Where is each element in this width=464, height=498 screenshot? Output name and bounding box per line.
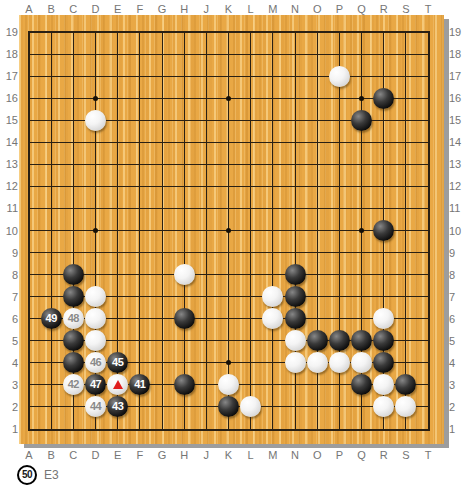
- coord-label-left-11: 11: [1, 202, 18, 214]
- coord-label-right-6: 6: [449, 313, 455, 325]
- coord-label-top-S: S: [402, 3, 409, 15]
- stone-white-O4: [307, 352, 328, 373]
- stone-black-C5: [63, 330, 84, 351]
- coord-label-top-R: R: [380, 3, 388, 15]
- move-number-label: 41: [134, 379, 145, 390]
- stone-black-R16: [373, 88, 394, 109]
- stone-white-D15: [85, 110, 106, 131]
- coord-label-left-6: 6: [1, 313, 18, 325]
- coord-label-right-14: 14: [449, 136, 461, 148]
- coord-label-bottom-F: F: [136, 449, 143, 461]
- coord-label-right-8: 8: [449, 269, 455, 281]
- coord-label-bottom-S: S: [402, 449, 409, 461]
- move-number-label: 42: [68, 379, 79, 390]
- coord-label-left-2: 2: [1, 401, 18, 413]
- coord-label-top-B: B: [47, 3, 54, 15]
- stone-white-H8: [174, 264, 195, 285]
- stone-black-N8: [285, 264, 306, 285]
- coord-label-right-18: 18: [449, 48, 461, 60]
- star-point-K16: [226, 96, 231, 101]
- move-number-label: 44: [90, 401, 101, 412]
- coord-label-bottom-K: K: [225, 449, 232, 461]
- coord-label-top-H: H: [180, 3, 188, 15]
- coord-label-bottom-R: R: [380, 449, 388, 461]
- caption-coordinate-text: E3: [44, 468, 59, 482]
- last-move-triangle-marker: [113, 380, 123, 389]
- coord-label-left-8: 8: [1, 269, 18, 281]
- coord-label-right-4: 4: [449, 357, 455, 369]
- stone-black-R10: [373, 220, 394, 241]
- stone-white-N4: [285, 352, 306, 373]
- coord-label-bottom-N: N: [291, 449, 299, 461]
- coord-label-left-3: 3: [1, 379, 18, 391]
- move-number-label: 49: [46, 313, 57, 324]
- stone-white-P17: [329, 66, 350, 87]
- coord-label-bottom-H: H: [180, 449, 188, 461]
- coord-label-bottom-P: P: [336, 449, 343, 461]
- coord-label-top-P: P: [336, 3, 343, 15]
- coord-label-left-18: 18: [1, 48, 18, 60]
- coord-label-bottom-C: C: [69, 449, 77, 461]
- coord-label-top-T: T: [425, 3, 432, 15]
- stone-black-P5: [329, 330, 350, 351]
- move-number-label: 46: [90, 357, 101, 368]
- coord-label-top-D: D: [92, 3, 100, 15]
- star-point-Q16: [359, 96, 364, 101]
- stone-white-C6: 48: [63, 308, 84, 329]
- move-number-label: 47: [90, 379, 101, 390]
- coord-label-left-9: 9: [1, 247, 18, 259]
- coord-label-top-L: L: [248, 3, 254, 15]
- coord-label-left-17: 17: [1, 70, 18, 82]
- coord-label-left-16: 16: [1, 92, 18, 104]
- go-board[interactable]: 494846454247414443: [19, 15, 444, 444]
- coord-label-right-11: 11: [449, 202, 460, 214]
- coord-label-right-9: 9: [449, 247, 455, 259]
- coord-label-left-7: 7: [1, 291, 18, 303]
- stone-black-B6: 49: [41, 308, 62, 329]
- coord-label-bottom-L: L: [248, 449, 254, 461]
- coord-label-top-F: F: [136, 3, 143, 15]
- coord-label-top-E: E: [114, 3, 121, 15]
- coord-label-top-Q: Q: [357, 3, 366, 15]
- coord-label-top-C: C: [69, 3, 77, 15]
- coord-label-left-12: 12: [1, 180, 18, 192]
- stone-black-H6: [174, 308, 195, 329]
- coord-label-right-16: 16: [449, 92, 461, 104]
- move-number-label: 43: [112, 401, 123, 412]
- stone-black-C8: [63, 264, 84, 285]
- star-point-Q10: [359, 228, 364, 233]
- coord-label-top-O: O: [313, 3, 322, 15]
- coord-label-left-19: 19: [1, 26, 18, 38]
- coord-label-top-M: M: [268, 3, 277, 15]
- move-number-label: 45: [112, 357, 123, 368]
- go-game-diagram: 494846454247414443 50 E3 AABBCCDDEEFFGGH…: [0, 0, 464, 498]
- coord-label-top-A: A: [25, 3, 32, 15]
- coord-label-right-3: 3: [449, 379, 455, 391]
- coord-label-bottom-O: O: [313, 449, 322, 461]
- coord-label-right-15: 15: [449, 114, 461, 126]
- stone-black-N7: [285, 286, 306, 307]
- star-point-D16: [93, 96, 98, 101]
- stone-black-O5: [307, 330, 328, 351]
- coord-label-left-13: 13: [1, 158, 18, 170]
- star-point-K10: [226, 228, 231, 233]
- stone-black-Q15: [351, 110, 372, 131]
- coord-label-top-N: N: [291, 3, 299, 15]
- coord-label-right-17: 17: [449, 70, 461, 82]
- stone-black-C7: [63, 286, 84, 307]
- coord-label-right-13: 13: [449, 158, 461, 170]
- coord-label-right-2: 2: [449, 401, 455, 413]
- coord-label-bottom-T: T: [425, 449, 432, 461]
- coord-label-left-1: 1: [1, 423, 18, 435]
- coord-label-bottom-Q: Q: [357, 449, 366, 461]
- stone-black-N6: [285, 308, 306, 329]
- coord-label-right-12: 12: [449, 180, 461, 192]
- move-caption: 50 E3: [17, 464, 59, 485]
- coord-label-right-5: 5: [449, 335, 455, 347]
- stone-white-D7: [85, 286, 106, 307]
- coord-label-bottom-B: B: [47, 449, 54, 461]
- caption-white-stone-50: 50: [17, 465, 37, 485]
- move-number-label: 48: [68, 313, 79, 324]
- coord-label-right-7: 7: [449, 291, 455, 303]
- coord-label-bottom-A: A: [25, 449, 32, 461]
- coord-label-bottom-M: M: [268, 449, 277, 461]
- coord-label-bottom-E: E: [114, 449, 121, 461]
- stone-white-N5: [285, 330, 306, 351]
- coord-label-bottom-G: G: [158, 449, 167, 461]
- coord-label-right-1: 1: [449, 423, 455, 435]
- coord-label-right-10: 10: [449, 225, 461, 237]
- coord-label-right-19: 19: [449, 26, 461, 38]
- coord-label-left-4: 4: [1, 357, 18, 369]
- coord-label-top-K: K: [225, 3, 232, 15]
- coord-label-bottom-J: J: [204, 449, 210, 461]
- coord-label-left-5: 5: [1, 335, 18, 347]
- star-point-D10: [93, 228, 98, 233]
- coord-label-bottom-D: D: [92, 449, 100, 461]
- coord-label-top-J: J: [204, 3, 210, 15]
- coord-label-left-15: 15: [1, 114, 18, 126]
- coord-label-left-10: 10: [1, 225, 18, 237]
- stone-black-H3: [174, 374, 195, 395]
- coord-label-top-G: G: [158, 3, 167, 15]
- coord-label-left-14: 14: [1, 136, 18, 148]
